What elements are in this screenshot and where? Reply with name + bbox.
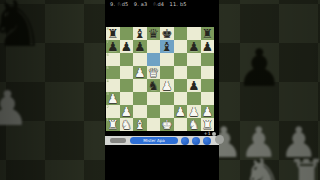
white-rook-icon: ♜ [201, 118, 215, 131]
black-pawn-icon: ♟ [187, 79, 201, 92]
square-e1[interactable]: ♚ [160, 118, 174, 131]
overlay-buttons [178, 137, 211, 145]
white-pawn-icon: ♟ [133, 66, 147, 79]
square-b7[interactable]: ♟ [120, 40, 134, 53]
black-pawn-icon: ♟ [187, 40, 201, 53]
side-circle-button[interactable] [215, 135, 224, 144]
white-pawn-icon: ♟ [174, 105, 188, 118]
square-a5[interactable]: 5 [106, 66, 120, 79]
square-f4[interactable] [174, 79, 188, 92]
rank-label-6: 6 [107, 53, 109, 57]
square-a7[interactable]: 7♟ [106, 40, 120, 53]
square-d7[interactable] [147, 40, 161, 53]
square-d1[interactable] [147, 118, 161, 131]
square-h7[interactable]: ♟ [201, 40, 215, 53]
square-g1[interactable]: ♞ [187, 118, 201, 131]
black-bishop-icon: ♝ [160, 40, 174, 53]
white-pawn-icon: ♟ [160, 79, 174, 92]
black-pawn-icon: ♟ [133, 40, 147, 53]
black-king-icon: ♚ [160, 27, 174, 40]
square-f5[interactable] [174, 66, 188, 79]
square-b4[interactable] [120, 79, 134, 92]
square-f6[interactable] [174, 53, 188, 66]
white-knight-icon: ♞ [187, 118, 201, 131]
move-list-text: 9. ♘d5 9. a3 ♘d4 11. b5 [105, 0, 219, 7]
square-e7[interactable]: ♝ [160, 40, 174, 53]
square-a3[interactable]: 3♟ [106, 92, 120, 105]
square-h6[interactable] [201, 53, 215, 66]
chess-board: 8♜♝♛♚♜7♟♟♟♝♟♟65♟♛4♞♟♟3♟2♟♟♟♟1♜♞♝♚♞♜ [106, 27, 214, 131]
black-pawn-icon: ♟ [201, 40, 215, 53]
video-frame: 9. ♘d5 9. a3 ♘d4 11. b5 8♜♝♛♚♜7♟♟♟♝♟♟65♟… [105, 0, 219, 180]
screenshot-canvas: ♞♟♟♟♟♟♞♜ 9. ♘d5 9. a3 ♘d4 11. b5 8♜♝♛♚♜7… [0, 0, 320, 180]
square-e6[interactable] [160, 53, 174, 66]
square-c3[interactable] [133, 92, 147, 105]
rank-label-3: 3 [107, 92, 109, 96]
square-e4[interactable]: ♟ [160, 79, 174, 92]
black-queen-icon: ♛ [147, 27, 161, 40]
square-f7[interactable] [174, 40, 188, 53]
rank-label-7: 7 [107, 40, 109, 44]
rank-label-8: 8 [107, 27, 109, 31]
rank-label-2: 2 [107, 105, 109, 109]
rank-label-5: 5 [107, 66, 109, 70]
square-a6[interactable]: 6 [106, 53, 120, 66]
square-h4[interactable] [201, 79, 215, 92]
square-b6[interactable] [120, 53, 134, 66]
white-pawn-icon: ♟ [120, 105, 134, 118]
square-f2[interactable]: ♟ [174, 105, 188, 118]
square-f8[interactable] [174, 27, 188, 40]
square-c1[interactable]: ♝ [133, 118, 147, 131]
move-list-bar: 9. ♘d5 9. a3 ♘d4 11. b5 [105, 0, 219, 27]
square-g4[interactable]: ♟ [187, 79, 201, 92]
black-rook-icon: ♜ [201, 27, 215, 40]
square-h1[interactable]: ♜ [201, 118, 215, 131]
black-pawn-icon: ♟ [120, 40, 134, 53]
overlay-bar: Mister Apa [105, 136, 219, 145]
square-d2[interactable] [147, 105, 161, 118]
black-knight-icon: ♞ [147, 79, 161, 92]
square-d8[interactable]: ♛ [147, 27, 161, 40]
square-h5[interactable] [201, 66, 215, 79]
white-queen-icon: ♛ [147, 66, 161, 79]
square-c7[interactable]: ♟ [133, 40, 147, 53]
square-f1[interactable] [174, 118, 188, 131]
white-pawn-icon: ♟ [201, 105, 215, 118]
white-bishop-icon: ♝ [133, 118, 147, 131]
overlay-button-2[interactable] [192, 137, 200, 145]
overlay-logo [110, 138, 126, 143]
rank-label-1: 1 [107, 118, 109, 122]
square-e3[interactable] [160, 92, 174, 105]
white-knight-icon: ♞ [120, 118, 134, 131]
captured-pawn-icon [212, 132, 216, 136]
white-pawn-icon: ♟ [187, 105, 201, 118]
square-b5[interactable] [120, 66, 134, 79]
channel-pill-label: Mister Apa [143, 138, 164, 143]
square-c5[interactable]: ♟ [133, 66, 147, 79]
square-d3[interactable] [147, 92, 161, 105]
channel-pill-button[interactable]: Mister Apa [130, 137, 178, 144]
square-d4[interactable]: ♞ [147, 79, 161, 92]
black-bishop-icon: ♝ [133, 27, 147, 40]
white-king-icon: ♚ [160, 118, 174, 131]
square-g7[interactable]: ♟ [187, 40, 201, 53]
square-a1[interactable]: 1♜ [106, 118, 120, 131]
square-c4[interactable] [133, 79, 147, 92]
overlay-button-1[interactable] [181, 137, 189, 145]
overlay-button-3[interactable] [203, 137, 211, 145]
rank-label-4: 4 [107, 79, 109, 83]
square-b1[interactable]: ♞ [120, 118, 134, 131]
square-g6[interactable] [187, 53, 201, 66]
